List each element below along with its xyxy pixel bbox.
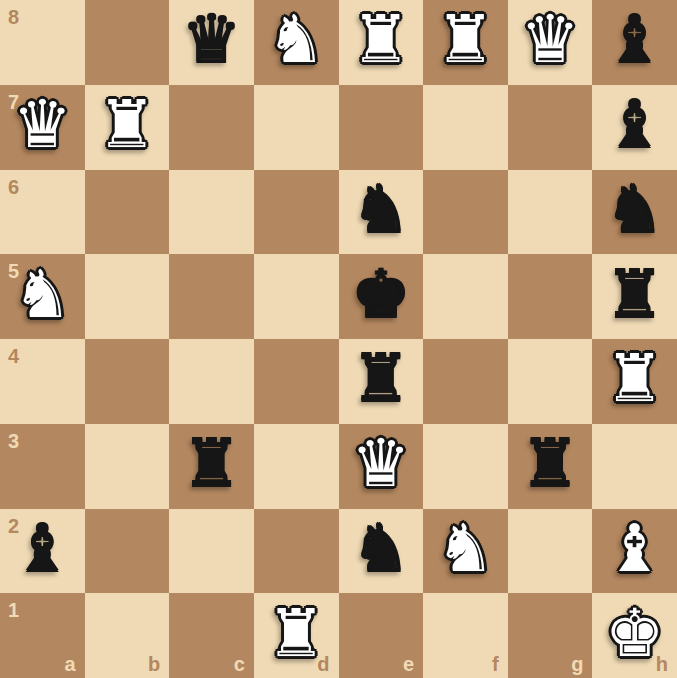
square-b3[interactable] bbox=[85, 424, 170, 509]
square-h5[interactable]: ♜ bbox=[592, 254, 677, 339]
piece-black-knight[interactable]: ♞ bbox=[351, 177, 410, 243]
square-f5[interactable] bbox=[423, 254, 508, 339]
piece-white-knight[interactable]: ♞ bbox=[13, 262, 72, 328]
square-e4[interactable]: ♜ bbox=[339, 339, 424, 424]
rank-label-4: 4 bbox=[8, 346, 19, 366]
square-a5[interactable]: 5♞ bbox=[0, 254, 85, 339]
square-h4[interactable]: ♜ bbox=[592, 339, 677, 424]
square-a1[interactable]: 1a bbox=[0, 593, 85, 678]
piece-black-bishop[interactable]: ♝ bbox=[605, 92, 664, 158]
square-h1[interactable]: h♚ bbox=[592, 593, 677, 678]
square-f7[interactable] bbox=[423, 85, 508, 170]
piece-black-rook[interactable]: ♜ bbox=[351, 346, 410, 412]
piece-white-knight[interactable]: ♞ bbox=[267, 7, 326, 73]
square-f3[interactable] bbox=[423, 424, 508, 509]
square-e3[interactable]: ♛ bbox=[339, 424, 424, 509]
square-c6[interactable] bbox=[169, 170, 254, 255]
rank-label-8: 8 bbox=[8, 7, 19, 27]
square-d1[interactable]: d♜ bbox=[254, 593, 339, 678]
piece-black-knight[interactable]: ♞ bbox=[605, 177, 664, 243]
piece-white-bishop[interactable]: ♝ bbox=[605, 516, 664, 582]
piece-black-queen[interactable]: ♛ bbox=[182, 7, 241, 73]
square-a3[interactable]: 3 bbox=[0, 424, 85, 509]
piece-white-rook[interactable]: ♜ bbox=[605, 346, 664, 412]
square-a8[interactable]: 8 bbox=[0, 0, 85, 85]
piece-white-queen[interactable]: ♛ bbox=[13, 92, 72, 158]
piece-black-bishop[interactable]: ♝ bbox=[13, 516, 72, 582]
square-d8[interactable]: ♞ bbox=[254, 0, 339, 85]
square-a4[interactable]: 4 bbox=[0, 339, 85, 424]
piece-black-rook[interactable]: ♜ bbox=[605, 262, 664, 328]
file-label-a: a bbox=[65, 654, 76, 674]
piece-black-rook[interactable]: ♜ bbox=[182, 431, 241, 497]
square-c4[interactable] bbox=[169, 339, 254, 424]
square-f8[interactable]: ♜ bbox=[423, 0, 508, 85]
file-label-c: c bbox=[234, 654, 245, 674]
square-g2[interactable] bbox=[508, 509, 593, 594]
square-f2[interactable]: ♞ bbox=[423, 509, 508, 594]
square-b6[interactable] bbox=[85, 170, 170, 255]
square-e1[interactable]: e bbox=[339, 593, 424, 678]
square-g7[interactable] bbox=[508, 85, 593, 170]
piece-white-queen[interactable]: ♛ bbox=[351, 431, 410, 497]
piece-black-knight[interactable]: ♞ bbox=[351, 516, 410, 582]
square-d7[interactable] bbox=[254, 85, 339, 170]
rank-label-6: 6 bbox=[8, 177, 19, 197]
square-d6[interactable] bbox=[254, 170, 339, 255]
piece-white-rook[interactable]: ♜ bbox=[436, 7, 495, 73]
chess-board: 8♛♞♜♜♛♝7♛♜♝6♞♞5♞♚♜4♜♜3♜♛♜2♝♞♞♝1abcd♜efgh… bbox=[0, 0, 677, 678]
file-label-e: e bbox=[403, 654, 414, 674]
square-h2[interactable]: ♝ bbox=[592, 509, 677, 594]
square-g6[interactable] bbox=[508, 170, 593, 255]
square-f6[interactable] bbox=[423, 170, 508, 255]
square-d5[interactable] bbox=[254, 254, 339, 339]
square-e7[interactable] bbox=[339, 85, 424, 170]
square-e2[interactable]: ♞ bbox=[339, 509, 424, 594]
square-d3[interactable] bbox=[254, 424, 339, 509]
square-e6[interactable]: ♞ bbox=[339, 170, 424, 255]
square-e8[interactable]: ♜ bbox=[339, 0, 424, 85]
square-c3[interactable]: ♜ bbox=[169, 424, 254, 509]
square-a6[interactable]: 6 bbox=[0, 170, 85, 255]
piece-black-bishop[interactable]: ♝ bbox=[605, 7, 664, 73]
square-b4[interactable] bbox=[85, 339, 170, 424]
square-c1[interactable]: c bbox=[169, 593, 254, 678]
piece-white-rook[interactable]: ♜ bbox=[267, 601, 326, 667]
square-g4[interactable] bbox=[508, 339, 593, 424]
square-c2[interactable] bbox=[169, 509, 254, 594]
square-f4[interactable] bbox=[423, 339, 508, 424]
piece-white-queen[interactable]: ♛ bbox=[520, 7, 579, 73]
square-g3[interactable]: ♜ bbox=[508, 424, 593, 509]
square-c5[interactable] bbox=[169, 254, 254, 339]
square-d2[interactable] bbox=[254, 509, 339, 594]
square-a7[interactable]: 7♛ bbox=[0, 85, 85, 170]
square-g8[interactable]: ♛ bbox=[508, 0, 593, 85]
square-b7[interactable]: ♜ bbox=[85, 85, 170, 170]
file-label-g: g bbox=[571, 654, 583, 674]
rank-label-1: 1 bbox=[8, 600, 19, 620]
square-d4[interactable] bbox=[254, 339, 339, 424]
square-a2[interactable]: 2♝ bbox=[0, 509, 85, 594]
piece-white-rook[interactable]: ♜ bbox=[351, 7, 410, 73]
rank-label-3: 3 bbox=[8, 431, 19, 451]
square-c8[interactable]: ♛ bbox=[169, 0, 254, 85]
square-b5[interactable] bbox=[85, 254, 170, 339]
piece-white-king[interactable]: ♚ bbox=[605, 601, 664, 667]
square-h8[interactable]: ♝ bbox=[592, 0, 677, 85]
file-label-b: b bbox=[148, 654, 160, 674]
square-h6[interactable]: ♞ bbox=[592, 170, 677, 255]
square-b2[interactable] bbox=[85, 509, 170, 594]
piece-black-king[interactable]: ♚ bbox=[351, 262, 410, 328]
square-e5[interactable]: ♚ bbox=[339, 254, 424, 339]
piece-white-rook[interactable]: ♜ bbox=[97, 92, 156, 158]
square-h7[interactable]: ♝ bbox=[592, 85, 677, 170]
file-label-f: f bbox=[492, 654, 499, 674]
square-g5[interactable] bbox=[508, 254, 593, 339]
square-c7[interactable] bbox=[169, 85, 254, 170]
square-g1[interactable]: g bbox=[508, 593, 593, 678]
square-f1[interactable]: f bbox=[423, 593, 508, 678]
square-b1[interactable]: b bbox=[85, 593, 170, 678]
piece-white-knight[interactable]: ♞ bbox=[436, 516, 495, 582]
piece-black-rook[interactable]: ♜ bbox=[520, 431, 579, 497]
square-h3[interactable] bbox=[592, 424, 677, 509]
square-b8[interactable] bbox=[85, 0, 170, 85]
